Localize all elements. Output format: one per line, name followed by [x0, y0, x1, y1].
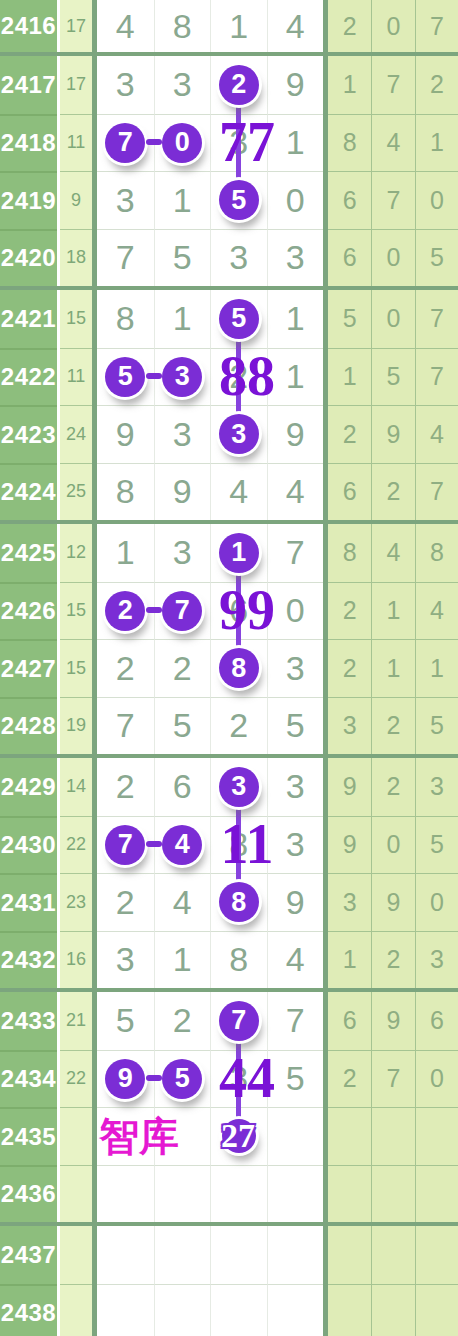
- table-row: 2436: [0, 1165, 458, 1223]
- main-digit: 7: [286, 533, 305, 572]
- right-digit-cell: 0: [415, 873, 458, 931]
- right-digit-cell: 6: [328, 463, 371, 521]
- table-row: 2425121317848: [0, 524, 458, 582]
- table-row: 2432163184123: [0, 931, 458, 989]
- circle-marker: 5: [219, 299, 259, 339]
- main-digit: 4: [286, 940, 305, 979]
- sum-cell: 21: [60, 992, 92, 1050]
- main-digit: 6: [173, 767, 192, 806]
- table-row: 2423249339294: [0, 405, 458, 463]
- main-digit: 5: [173, 706, 192, 745]
- prediction-note: 27: [221, 1119, 255, 1153]
- main-digit-cell: 7: [267, 992, 324, 1050]
- main-digit: 2: [116, 883, 135, 922]
- period-cell: 2416: [0, 0, 57, 52]
- table-row: 243527智库: [0, 1107, 458, 1165]
- main-digit-cell: 3: [154, 56, 211, 114]
- period-cell: 2430: [0, 816, 57, 874]
- main-digit-cell: 3: [210, 405, 267, 463]
- right-digit-cell: 1: [328, 348, 371, 406]
- circle-marker: 3: [219, 767, 259, 807]
- main-digit-cell: [267, 1226, 324, 1284]
- period-cell: 2420: [0, 229, 57, 287]
- right-digit-cell: 6: [415, 992, 458, 1050]
- table-row: 242211532115788: [0, 348, 458, 406]
- dash-connector: [146, 1075, 162, 1081]
- right-digit-cell: [371, 1284, 414, 1336]
- main-digit: 9: [116, 415, 135, 454]
- circle-marker: 1: [219, 533, 259, 573]
- prediction-note: 99: [219, 582, 275, 638]
- circle-marker: 3: [162, 357, 202, 397]
- sum-cell: 19: [60, 697, 92, 755]
- main-digit-cell: [267, 1107, 324, 1165]
- period-cell: 2417: [0, 56, 57, 114]
- right-digit-cell: 7: [371, 171, 414, 229]
- main-digit-cell: [267, 1284, 324, 1336]
- main-digit: 7: [116, 706, 135, 745]
- period-cell: 2436: [0, 1165, 57, 1223]
- sum-cell: 23: [60, 873, 92, 931]
- main-digit-cell: 2: [97, 639, 154, 697]
- main-digit-cell: 7: [97, 229, 154, 287]
- main-digit: 2: [116, 767, 135, 806]
- table-row: 241993150670: [0, 171, 458, 229]
- table-row: 243422953527044: [0, 1050, 458, 1108]
- main-digit-cell: 7: [97, 697, 154, 755]
- table-row: 2427152283211: [0, 639, 458, 697]
- main-digit: 7: [286, 1001, 305, 1040]
- main-digit: 3: [116, 65, 135, 104]
- right-digit-cell: [415, 1107, 458, 1165]
- main-digit-cell: 3: [154, 524, 211, 582]
- right-digit-cell: [328, 1107, 371, 1165]
- main-digit-cell: 9: [267, 405, 324, 463]
- main-digit: 3: [116, 181, 135, 220]
- main-digit: 4: [116, 7, 135, 46]
- main-digit-cell: 4: [97, 0, 154, 52]
- main-digit: 3: [286, 767, 305, 806]
- main-digit-cell: [154, 1226, 211, 1284]
- right-digit-cell: 5: [415, 697, 458, 755]
- sum-cell: 15: [60, 639, 92, 697]
- main-digit-cell: 1: [154, 290, 211, 348]
- right-digit-cell: 1: [415, 639, 458, 697]
- period-cell: 2432: [0, 931, 57, 989]
- main-digit-cell: 2: [97, 873, 154, 931]
- right-digit-cell: 8: [415, 524, 458, 582]
- circle-marker: 0: [162, 123, 202, 163]
- right-digit-cell: 2: [371, 758, 414, 816]
- main-digit: 9: [286, 65, 305, 104]
- right-digit-cell: 4: [415, 582, 458, 640]
- period-cell: 2427: [0, 639, 57, 697]
- main-digit-cell: [210, 1226, 267, 1284]
- main-digit-cell: 1: [97, 524, 154, 582]
- right-digit-cell: 1: [328, 56, 371, 114]
- sum-cell: 9: [60, 171, 92, 229]
- main-digit-cell: [154, 1165, 211, 1223]
- main-digit: 3: [286, 238, 305, 277]
- main-digit-cell: 8: [210, 873, 267, 931]
- main-digit-cell: 1: [154, 171, 211, 229]
- dash-connector: [146, 373, 162, 379]
- main-digit-cell: [210, 1284, 267, 1336]
- right-digit-cell: 7: [371, 56, 414, 114]
- main-digit-cell: 3: [154, 405, 211, 463]
- main-digit: 8: [116, 472, 135, 511]
- main-digit: 3: [116, 940, 135, 979]
- sum-cell: [60, 1107, 92, 1165]
- right-digit-cell: 2: [371, 463, 414, 521]
- table-row: 2428197525325: [0, 697, 458, 755]
- main-digit: 3: [173, 415, 192, 454]
- right-digit-cell: [371, 1165, 414, 1223]
- period-cell: 2429: [0, 758, 57, 816]
- period-cell: 2437: [0, 1226, 57, 1284]
- table-row: 242615276021499: [0, 582, 458, 640]
- main-digit-cell: 8: [97, 463, 154, 521]
- right-digit-cell: 3: [415, 931, 458, 989]
- period-cell: 2424: [0, 463, 57, 521]
- sum-cell: 15: [60, 290, 92, 348]
- circle-marker: 7: [162, 591, 202, 631]
- right-digit-cell: 2: [328, 582, 371, 640]
- period-cell: 2425: [0, 524, 57, 582]
- main-digit-cell: [154, 1284, 211, 1336]
- main-digit-cell: 2: [210, 697, 267, 755]
- sum-cell: 11: [60, 114, 92, 172]
- main-digit-cell: 4: [267, 0, 324, 52]
- right-digit-cell: [371, 1226, 414, 1284]
- right-digit-cell: 1: [415, 114, 458, 172]
- circle-marker: 3: [219, 414, 259, 454]
- circle-marker: 4: [162, 825, 202, 865]
- main-digit-cell: 3: [267, 816, 324, 874]
- right-digit-cell: 2: [328, 405, 371, 463]
- sum-cell: 17: [60, 0, 92, 52]
- period-cell: 2418: [0, 114, 57, 172]
- main-digit-cell: 4: [154, 873, 211, 931]
- main-digit: 5: [173, 238, 192, 277]
- circle-marker: 2: [105, 591, 145, 631]
- sum-cell: [60, 1284, 92, 1336]
- right-digit-cell: 3: [415, 758, 458, 816]
- right-digit-cell: 2: [415, 56, 458, 114]
- right-digit-cell: 6: [328, 229, 371, 287]
- right-digit-cell: 2: [371, 697, 414, 755]
- main-digit-cell: 5: [154, 697, 211, 755]
- main-digit-cell: 2: [154, 992, 211, 1050]
- main-digit-cell: 4: [267, 931, 324, 989]
- main-digit: 3: [173, 65, 192, 104]
- main-digit-cell: [210, 1165, 267, 1223]
- period-cell: 2435: [0, 1107, 57, 1165]
- main-digit-cell: 5: [154, 229, 211, 287]
- main-digit-cell: 0: [267, 171, 324, 229]
- main-digit-cell: 6: [154, 758, 211, 816]
- main-digit-cell: 1: [154, 931, 211, 989]
- main-digit: 0: [286, 591, 305, 630]
- main-digit-cell: 8: [97, 290, 154, 348]
- main-digit: 5: [286, 706, 305, 745]
- right-digit-cell: 5: [371, 348, 414, 406]
- right-digit-cell: 1: [328, 931, 371, 989]
- main-digit-cell: 1: [267, 290, 324, 348]
- right-digit-cell: 4: [371, 114, 414, 172]
- sum-cell: 12: [60, 524, 92, 582]
- right-digit-cell: 3: [328, 873, 371, 931]
- main-digit: 5: [116, 1001, 135, 1040]
- right-digit-cell: 4: [371, 524, 414, 582]
- main-digit-cell: 3: [267, 639, 324, 697]
- main-digit-cell: 9: [267, 56, 324, 114]
- period-cell: 2434: [0, 1050, 57, 1108]
- dash-connector: [146, 841, 162, 847]
- main-digit: 5: [286, 1059, 305, 1098]
- main-digit: 3: [286, 649, 305, 688]
- right-digit-cell: 8: [328, 114, 371, 172]
- table-row: 241811703184177: [0, 114, 458, 172]
- main-digit: 8: [229, 940, 248, 979]
- right-digit-cell: 9: [328, 758, 371, 816]
- right-digit-cell: [415, 1284, 458, 1336]
- right-digit-cell: 2: [328, 639, 371, 697]
- sum-cell: 22: [60, 1050, 92, 1108]
- right-digit-cell: 9: [328, 816, 371, 874]
- dash-connector: [146, 607, 162, 613]
- prediction-note: 88: [219, 348, 275, 404]
- lottery-trend-board[interactable]: 2416174814207241717332917224181170318417…: [0, 0, 458, 1336]
- right-digit-cell: 5: [415, 816, 458, 874]
- table-row: 2437: [0, 1226, 458, 1284]
- main-digit-cell: 3: [97, 56, 154, 114]
- right-digit-cell: 7: [415, 290, 458, 348]
- main-digit: 1: [286, 299, 305, 338]
- main-digit: 1: [173, 299, 192, 338]
- right-digit-cell: 7: [415, 463, 458, 521]
- circle-marker: 5: [219, 180, 259, 220]
- period-cell: 2419: [0, 171, 57, 229]
- main-digit: 3: [173, 533, 192, 572]
- main-digit: 9: [286, 415, 305, 454]
- right-digit-cell: 0: [415, 1050, 458, 1108]
- main-digit: 1: [173, 940, 192, 979]
- right-digit-cell: 2: [328, 0, 371, 52]
- right-digit-cell: 0: [371, 816, 414, 874]
- main-digit-cell: 3: [267, 758, 324, 816]
- main-digit-cell: 9: [267, 873, 324, 931]
- right-digit-cell: 7: [371, 1050, 414, 1108]
- main-digit-cell: 9: [97, 405, 154, 463]
- main-digit-cell: 1: [210, 0, 267, 52]
- right-digit-cell: [328, 1165, 371, 1223]
- dash-connector: [146, 139, 162, 145]
- right-digit-cell: 6: [328, 171, 371, 229]
- main-digit-cell: 2: [154, 639, 211, 697]
- sum-cell: [60, 1165, 92, 1223]
- main-digit: 9: [173, 472, 192, 511]
- brand-label: 智库: [99, 1108, 179, 1163]
- main-digit: 2: [116, 649, 135, 688]
- main-digit: 4: [229, 472, 248, 511]
- right-digit-cell: 6: [328, 992, 371, 1050]
- period-cell: 2428: [0, 697, 57, 755]
- right-digit-cell: 3: [328, 697, 371, 755]
- period-cell: 2433: [0, 992, 57, 1050]
- sum-cell: 17: [60, 56, 92, 114]
- table-row: 2417173329172: [0, 56, 458, 114]
- circle-marker: 7: [105, 123, 145, 163]
- circle-marker: 9: [105, 1059, 145, 1099]
- period-cell: 2421: [0, 290, 57, 348]
- table-row: 2421158151507: [0, 290, 458, 348]
- prediction-note: 77: [219, 114, 275, 170]
- circle-marker: 5: [162, 1059, 202, 1099]
- sum-cell: 16: [60, 931, 92, 989]
- circle-marker: 5: [105, 357, 145, 397]
- main-digit-cell: 5: [97, 992, 154, 1050]
- table-row: 243022748390511: [0, 816, 458, 874]
- main-digit-cell: 3: [97, 171, 154, 229]
- right-digit-cell: 7: [415, 0, 458, 52]
- right-digit-cell: 1: [371, 582, 414, 640]
- main-digit-cell: [97, 1284, 154, 1336]
- circle-marker: 7: [105, 825, 145, 865]
- prediction-note: 44: [219, 1050, 275, 1106]
- main-digit-cell: [97, 1226, 154, 1284]
- right-digit-cell: 5: [415, 229, 458, 287]
- right-digit-cell: 9: [371, 873, 414, 931]
- right-digit-cell: 2: [371, 931, 414, 989]
- table-row: 2416174814207: [0, 0, 458, 52]
- main-digit-cell: 7: [267, 524, 324, 582]
- sum-cell: [60, 1226, 92, 1284]
- sum-cell: 11: [60, 348, 92, 406]
- main-digit-cell: 5: [267, 697, 324, 755]
- main-digit: 1: [116, 533, 135, 572]
- table-row: 2420187533605: [0, 229, 458, 287]
- right-digit-cell: 0: [371, 290, 414, 348]
- period-cell: 2422: [0, 348, 57, 406]
- table-row: 2424258944627: [0, 463, 458, 521]
- main-digit: 1: [229, 7, 248, 46]
- main-digit-cell: 4: [210, 463, 267, 521]
- right-digit-cell: 2: [328, 1050, 371, 1108]
- sum-cell: 25: [60, 463, 92, 521]
- period-cell: 2426: [0, 582, 57, 640]
- sum-cell: 24: [60, 405, 92, 463]
- sum-cell: 15: [60, 582, 92, 640]
- sum-cell: 14: [60, 758, 92, 816]
- right-digit-cell: 7: [415, 348, 458, 406]
- period-cell: 2431: [0, 873, 57, 931]
- main-digit: 2: [173, 649, 192, 688]
- right-digit-cell: [415, 1165, 458, 1223]
- circle-marker: 8: [219, 882, 259, 922]
- right-digit-cell: 0: [371, 229, 414, 287]
- sum-cell: 18: [60, 229, 92, 287]
- main-digit: 3: [286, 825, 305, 864]
- main-digit: 4: [173, 883, 192, 922]
- main-digit-cell: [267, 1165, 324, 1223]
- right-digit-cell: 1: [371, 639, 414, 697]
- main-digit: 1: [173, 181, 192, 220]
- period-cell: 2438: [0, 1284, 57, 1336]
- main-digit-cell: [97, 1165, 154, 1223]
- right-digit-cell: 4: [415, 405, 458, 463]
- right-digit-cell: 0: [371, 0, 414, 52]
- right-digit-cell: [328, 1226, 371, 1284]
- right-digit-cell: 9: [371, 992, 414, 1050]
- main-digit: 4: [286, 472, 305, 511]
- right-digit-cell: 5: [328, 290, 371, 348]
- main-digit: 1: [286, 357, 305, 396]
- main-digit-cell: 5: [210, 171, 267, 229]
- right-digit-cell: 0: [415, 171, 458, 229]
- period-cell: 2423: [0, 405, 57, 463]
- table-row: 2433215277696: [0, 992, 458, 1050]
- main-digit-cell: 2: [97, 758, 154, 816]
- main-digit: 7: [116, 238, 135, 277]
- main-digit-cell: 9: [154, 463, 211, 521]
- prediction-note: 11: [221, 816, 274, 872]
- circle-marker: 7: [219, 1001, 259, 1041]
- main-digit: 2: [173, 1001, 192, 1040]
- main-digit-cell: 8: [210, 639, 267, 697]
- main-digit: 4: [286, 7, 305, 46]
- circle-marker: 8: [219, 648, 259, 688]
- sum-cell: 22: [60, 816, 92, 874]
- main-digit-cell: 8: [210, 931, 267, 989]
- right-digit-cell: 9: [371, 405, 414, 463]
- table-row: 2431232489390: [0, 873, 458, 931]
- main-digit-cell: 3: [97, 931, 154, 989]
- main-digit: 8: [116, 299, 135, 338]
- right-digit-cell: [328, 1284, 371, 1336]
- right-digit-cell: 8: [328, 524, 371, 582]
- main-digit: 9: [286, 883, 305, 922]
- table-row: 2438: [0, 1284, 458, 1336]
- main-digit-cell: 3: [267, 229, 324, 287]
- main-digit: 1: [286, 123, 305, 162]
- main-digit: 0: [286, 181, 305, 220]
- main-digit: 3: [229, 238, 248, 277]
- main-digit-cell: 4: [267, 463, 324, 521]
- main-digit: 2: [229, 706, 248, 745]
- main-digit: 8: [173, 7, 192, 46]
- right-digit-cell: [415, 1226, 458, 1284]
- main-digit-cell: 8: [154, 0, 211, 52]
- table-row: 2429142633923: [0, 758, 458, 816]
- right-digit-cell: [371, 1107, 414, 1165]
- circle-marker: 2: [219, 65, 259, 105]
- main-digit-cell: 3: [210, 229, 267, 287]
